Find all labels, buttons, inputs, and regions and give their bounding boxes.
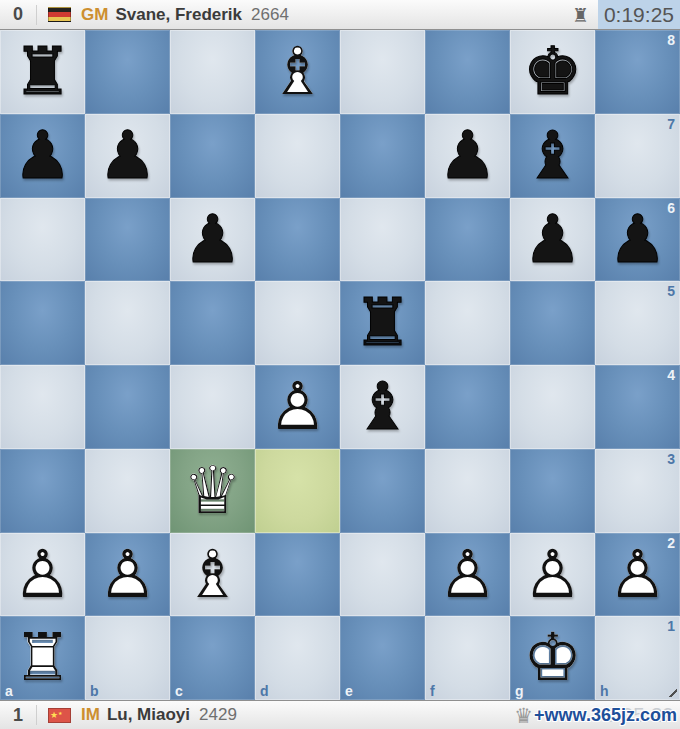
rank-label-6: 6: [667, 200, 675, 216]
square-e8[interactable]: [340, 30, 425, 114]
square-h3[interactable]: 3: [595, 449, 680, 533]
bottom-player-rating: 2429: [199, 705, 237, 725]
square-d7[interactable]: [255, 114, 340, 198]
rank-label-5: 5: [667, 283, 675, 299]
rank-label-8: 8: [667, 32, 675, 48]
square-f8[interactable]: [425, 30, 510, 114]
square-c2[interactable]: ♝♗: [170, 533, 255, 617]
square-b2[interactable]: ♟♙: [85, 533, 170, 617]
file-label-c: c: [175, 683, 183, 699]
file-label-d: d: [260, 683, 269, 699]
square-c1[interactable]: c: [170, 616, 255, 700]
square-f1[interactable]: f: [425, 616, 510, 700]
bottom-player-title: IM: [81, 705, 100, 725]
white-pawn[interactable]: ♟♙: [510, 533, 595, 617]
square-e1[interactable]: e: [340, 616, 425, 700]
square-h2[interactable]: ♟♙2: [595, 533, 680, 617]
file-label-h: h: [600, 683, 609, 699]
white-bishop[interactable]: ♝♗: [255, 30, 340, 114]
file-label-a: a: [5, 683, 13, 699]
square-f2[interactable]: ♟♙: [425, 533, 510, 617]
square-g3[interactable]: [510, 449, 595, 533]
square-a6[interactable]: [0, 198, 85, 282]
square-g5[interactable]: [510, 281, 595, 365]
square-d4[interactable]: ♟♙: [255, 365, 340, 449]
square-d1[interactable]: d: [255, 616, 340, 700]
square-c6[interactable]: ♟: [170, 198, 255, 282]
square-a1[interactable]: ♜♖a: [0, 616, 85, 700]
top-player-clock: 0:19:25: [598, 0, 680, 29]
square-d5[interactable]: [255, 281, 340, 365]
white-pawn[interactable]: ♟♙: [0, 533, 85, 617]
bar-divider: [36, 705, 37, 725]
square-f6[interactable]: [425, 198, 510, 282]
square-g1[interactable]: ♚♔g: [510, 616, 595, 700]
square-d8[interactable]: ♝♗: [255, 30, 340, 114]
black-pawn[interactable]: ♟: [0, 114, 85, 198]
square-g2[interactable]: ♟♙: [510, 533, 595, 617]
black-pawn[interactable]: ♟: [85, 114, 170, 198]
rank-label-2: 2: [667, 535, 675, 551]
rook-icon: ♜: [572, 4, 589, 26]
square-a7[interactable]: ♟: [0, 114, 85, 198]
top-player-rating: 2664: [251, 5, 289, 25]
square-c3[interactable]: ♛♕: [170, 449, 255, 533]
square-f5[interactable]: [425, 281, 510, 365]
file-label-g: g: [515, 683, 524, 699]
white-pawn[interactable]: ♟♙: [425, 533, 510, 617]
square-b1[interactable]: b: [85, 616, 170, 700]
square-a5[interactable]: [0, 281, 85, 365]
white-bishop[interactable]: ♝♗: [170, 533, 255, 617]
square-g7[interactable]: ♝: [510, 114, 595, 198]
white-pawn[interactable]: ♟♙: [255, 365, 340, 449]
square-f3[interactable]: [425, 449, 510, 533]
top-player-title: GM: [81, 5, 108, 25]
top-player-score: 0: [0, 4, 36, 25]
square-e3[interactable]: [340, 449, 425, 533]
square-a3[interactable]: [0, 449, 85, 533]
square-g4[interactable]: [510, 365, 595, 449]
rank-label-3: 3: [667, 451, 675, 467]
black-bishop[interactable]: ♝: [510, 114, 595, 198]
file-label-f: f: [430, 683, 435, 699]
bar-divider: [36, 5, 37, 25]
square-f7[interactable]: ♟: [425, 114, 510, 198]
square-h6[interactable]: ♟6: [595, 198, 680, 282]
square-b4[interactable]: [85, 365, 170, 449]
square-b8[interactable]: [85, 30, 170, 114]
black-rook[interactable]: ♜: [340, 281, 425, 365]
square-a8[interactable]: ♜: [0, 30, 85, 114]
square-h8[interactable]: 8: [595, 30, 680, 114]
square-f4[interactable]: [425, 365, 510, 449]
black-pawn[interactable]: ♟: [170, 198, 255, 282]
square-h7[interactable]: 7: [595, 114, 680, 198]
resize-handle[interactable]: [664, 684, 677, 697]
black-pawn[interactable]: ♟: [425, 114, 510, 198]
square-b5[interactable]: [85, 281, 170, 365]
square-d6[interactable]: [255, 198, 340, 282]
white-pawn[interactable]: ♟♙: [85, 533, 170, 617]
black-pawn[interactable]: ♟: [510, 198, 595, 282]
square-c7[interactable]: [170, 114, 255, 198]
square-h5[interactable]: 5: [595, 281, 680, 365]
chess-board[interactable]: ♜♝♗♚8♟♟♟♝7♟♟♟6♜5♟♙♝4♛♕3♟♙♟♙♝♗♟♙♟♙♟♙2♜♖ab…: [0, 30, 680, 700]
square-e7[interactable]: [340, 114, 425, 198]
rank-label-4: 4: [667, 367, 675, 383]
square-b7[interactable]: ♟: [85, 114, 170, 198]
rank-label-1: 1: [667, 618, 675, 634]
queen-icon: ♛: [514, 704, 533, 728]
square-b3[interactable]: [85, 449, 170, 533]
square-g8[interactable]: ♚: [510, 30, 595, 114]
square-h4[interactable]: 4: [595, 365, 680, 449]
square-c5[interactable]: [170, 281, 255, 365]
square-e5[interactable]: ♜: [340, 281, 425, 365]
file-label-b: b: [90, 683, 99, 699]
top-player-name: Svane, Frederik: [115, 5, 242, 25]
bottom-player-bar: 1 ★★ IM Lu, Miaoyi 2429 0:05:29 ♛ +www.3…: [0, 700, 680, 729]
black-king[interactable]: ♚: [510, 30, 595, 114]
black-rook[interactable]: ♜: [0, 30, 85, 114]
china-flag-icon: ★★: [48, 708, 71, 723]
square-e4[interactable]: ♝: [340, 365, 425, 449]
bottom-player-name: Lu, Miaoyi: [107, 705, 190, 725]
square-e2[interactable]: [340, 533, 425, 617]
square-c4[interactable]: [170, 365, 255, 449]
square-a2[interactable]: ♟♙: [0, 533, 85, 617]
square-e6[interactable]: [340, 198, 425, 282]
white-queen[interactable]: ♛♕: [170, 449, 255, 533]
square-b6[interactable]: [85, 198, 170, 282]
rank-label-7: 7: [667, 116, 675, 132]
bottom-player-score: 1: [0, 705, 36, 726]
square-d3[interactable]: [255, 449, 340, 533]
black-bishop[interactable]: ♝: [340, 365, 425, 449]
square-h1[interactable]: 1h: [595, 616, 680, 700]
square-a4[interactable]: [0, 365, 85, 449]
square-c8[interactable]: [170, 30, 255, 114]
square-d2[interactable]: [255, 533, 340, 617]
file-label-e: e: [345, 683, 353, 699]
germany-flag-icon: [48, 7, 71, 22]
watermark-link[interactable]: +www.365jz.com: [534, 705, 677, 726]
square-g6[interactable]: ♟: [510, 198, 595, 282]
top-player-bar: 0 GM Svane, Frederik 2664 ♜ 0:19:25: [0, 0, 680, 30]
